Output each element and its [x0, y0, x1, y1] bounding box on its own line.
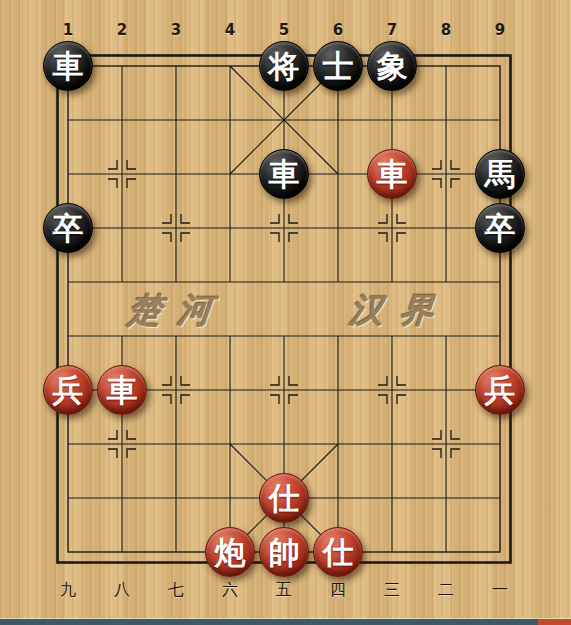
file-label-top-2: 2	[117, 21, 127, 39]
piece-red-soldier[interactable]: 兵	[475, 365, 525, 415]
point-marker	[397, 395, 406, 404]
file-label-bottom-1: 九	[60, 580, 76, 601]
point-marker	[162, 233, 171, 242]
piece-red-advisor[interactable]: 仕	[313, 527, 363, 577]
point-marker	[451, 179, 460, 188]
piece-black-elephant[interactable]: 象	[367, 41, 417, 91]
piece-black-general[interactable]: 将	[259, 41, 309, 91]
file-label-top-9: 9	[495, 21, 505, 39]
piece-black-soldier[interactable]: 卒	[43, 203, 93, 253]
file-label-bottom-4: 六	[222, 580, 238, 601]
piece-red-soldier[interactable]: 兵	[43, 365, 93, 415]
piece-red-chariot[interactable]: 車	[367, 149, 417, 199]
point-marker	[432, 160, 441, 169]
point-marker	[127, 179, 136, 188]
point-marker	[289, 233, 298, 242]
point-marker	[181, 214, 190, 223]
point-marker	[451, 449, 460, 458]
piece-red-cannon[interactable]: 炮	[205, 527, 255, 577]
piece-black-soldier[interactable]: 卒	[475, 203, 525, 253]
file-label-bottom-2: 八	[114, 580, 130, 601]
point-marker	[432, 179, 441, 188]
point-marker	[108, 160, 117, 169]
file-label-top-3: 3	[171, 21, 181, 39]
file-label-bottom-6: 四	[330, 580, 346, 601]
xiangqi-board: 123456789 九八七六五四三二一 楚河 汉界 車将士象車車馬卒卒兵車兵仕炮…	[0, 0, 571, 625]
point-marker	[451, 160, 460, 169]
file-label-top-6: 6	[333, 21, 343, 39]
point-marker	[108, 179, 117, 188]
point-marker	[289, 395, 298, 404]
file-label-bottom-9: 一	[492, 580, 508, 601]
point-marker	[162, 395, 171, 404]
file-label-bottom-8: 二	[438, 580, 454, 601]
point-marker	[181, 233, 190, 242]
piece-red-chariot[interactable]: 車	[97, 365, 147, 415]
piece-black-advisor[interactable]: 士	[313, 41, 363, 91]
point-marker	[378, 214, 387, 223]
point-marker	[127, 430, 136, 439]
window-edge-left	[0, 619, 538, 625]
file-label-top-8: 8	[441, 21, 451, 39]
point-marker	[378, 395, 387, 404]
point-marker	[397, 376, 406, 385]
piece-black-chariot[interactable]: 車	[43, 41, 93, 91]
river-label-chu-he: 楚河	[110, 288, 231, 334]
point-marker	[270, 214, 279, 223]
piece-black-horse[interactable]: 馬	[475, 149, 525, 199]
point-marker	[432, 430, 441, 439]
point-marker	[108, 430, 117, 439]
point-marker	[127, 160, 136, 169]
piece-red-general[interactable]: 帥	[259, 527, 309, 577]
point-marker	[127, 449, 136, 458]
point-marker	[289, 214, 298, 223]
point-marker	[270, 376, 279, 385]
point-marker	[108, 449, 117, 458]
file-label-top-5: 5	[279, 21, 289, 39]
piece-red-advisor[interactable]: 仕	[259, 473, 309, 523]
point-marker	[397, 214, 406, 223]
file-label-bottom-3: 七	[168, 580, 184, 601]
file-label-top-4: 4	[225, 21, 235, 39]
point-marker	[270, 395, 279, 404]
point-marker	[378, 376, 387, 385]
point-marker	[397, 233, 406, 242]
point-marker	[181, 395, 190, 404]
point-marker	[181, 376, 190, 385]
window-edge-strip	[0, 619, 571, 625]
point-marker	[289, 376, 298, 385]
file-label-top-7: 7	[387, 21, 397, 39]
point-marker	[451, 430, 460, 439]
point-marker	[270, 233, 279, 242]
file-label-bottom-5: 五	[276, 580, 292, 601]
file-label-bottom-7: 三	[384, 580, 400, 601]
file-label-top-1: 1	[63, 21, 73, 39]
river-label-han-jie: 汉界	[332, 288, 453, 334]
point-marker	[162, 376, 171, 385]
piece-black-chariot[interactable]: 車	[259, 149, 309, 199]
point-marker	[432, 449, 441, 458]
point-marker	[378, 233, 387, 242]
point-marker	[162, 214, 171, 223]
window-edge-right	[538, 619, 571, 625]
